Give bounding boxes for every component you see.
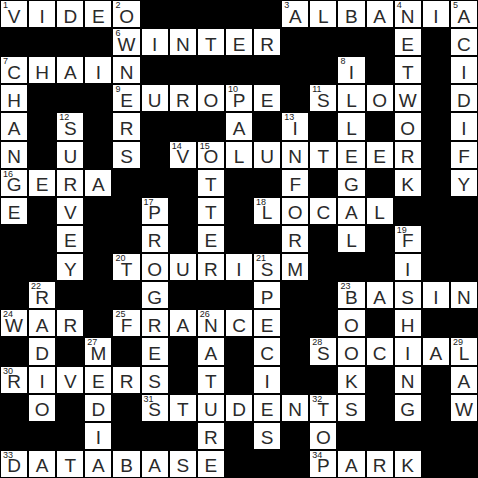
block-cell (337, 253, 365, 281)
cell-letter: I (405, 344, 410, 363)
grid-cell[interactable]: R (141, 225, 169, 253)
grid-cell[interactable]: C (366, 337, 394, 365)
grid-cell[interactable]: A (337, 450, 365, 478)
grid-cell[interactable]: K (394, 169, 422, 197)
grid-cell[interactable]: O (281, 197, 309, 225)
grid-cell[interactable]: I (422, 0, 450, 28)
grid-cell[interactable]: 19F (394, 225, 422, 253)
grid-cell[interactable]: S (141, 366, 169, 394)
cell-letter: T (177, 400, 189, 419)
block-cell (169, 337, 197, 365)
grid-cell[interactable]: N (394, 366, 422, 394)
grid-cell[interactable]: 28S (309, 337, 337, 365)
block-cell (197, 56, 225, 84)
grid-cell[interactable]: D (84, 394, 112, 422)
block-cell (366, 112, 394, 140)
grid-cell[interactable]: 24W (0, 309, 28, 337)
grid-cell[interactable]: S (253, 422, 281, 450)
cell-letter: R (148, 316, 162, 335)
grid-cell[interactable]: H (0, 84, 28, 112)
cell-letter: R (373, 456, 387, 475)
block-cell (56, 84, 84, 112)
block-cell (197, 281, 225, 309)
cell-letter: E (148, 344, 161, 363)
grid-cell[interactable]: U (197, 394, 225, 422)
grid-cell[interactable]: 8I (337, 56, 365, 84)
cell-letter: A (64, 63, 77, 82)
block-cell (366, 28, 394, 56)
grid-cell[interactable]: E (197, 225, 225, 253)
block-cell (141, 112, 169, 140)
grid-cell[interactable]: B (337, 0, 365, 28)
grid-cell[interactable]: 9E (112, 84, 140, 112)
grid-cell[interactable]: L (337, 112, 365, 140)
grid-cell[interactable]: N (281, 394, 309, 422)
grid-cell[interactable]: E (28, 169, 56, 197)
cell-letter: C (316, 203, 330, 222)
grid-cell[interactable]: 31S (141, 394, 169, 422)
crossword-grid: 1VIDE2O3ALBA4NI5A6WINTEREC7CHAIN8ITIH9EU… (0, 0, 478, 478)
block-cell (197, 112, 225, 140)
block-cell (141, 422, 169, 450)
grid-cell[interactable]: I (450, 56, 478, 84)
cell-letter: Y (458, 175, 471, 194)
cell-letter: S (261, 428, 274, 447)
block-cell (253, 56, 281, 84)
grid-cell[interactable]: U (169, 253, 197, 281)
grid-cell[interactable]: N (169, 28, 197, 56)
grid-cell[interactable]: E (141, 337, 169, 365)
cell-letter: H (35, 63, 49, 82)
clue-number: 26 (200, 310, 210, 319)
grid-cell[interactable]: 20T (112, 253, 140, 281)
grid-cell[interactable]: O (366, 84, 394, 112)
cell-letter: E (92, 372, 105, 391)
clue-number: 31 (144, 395, 154, 404)
cell-letter: L (346, 231, 357, 250)
grid-cell[interactable]: 27M (84, 337, 112, 365)
grid-cell[interactable]: W (450, 394, 478, 422)
clue-number: 14 (172, 142, 182, 151)
grid-cell[interactable]: V (56, 366, 84, 394)
clue-number: 16 (3, 170, 13, 179)
grid-cell[interactable]: D (28, 337, 56, 365)
block-cell (84, 141, 112, 169)
cell-letter: W (455, 400, 473, 419)
grid-cell[interactable]: E (253, 84, 281, 112)
grid-cell[interactable]: 10P (225, 84, 253, 112)
grid-cell[interactable]: L (337, 84, 365, 112)
grid-cell[interactable]: K (337, 366, 365, 394)
grid-cell[interactable]: Y (56, 253, 84, 281)
grid-cell[interactable]: A (169, 309, 197, 337)
cell-letter: K (401, 175, 414, 194)
grid-cell[interactable]: E (84, 366, 112, 394)
grid-cell[interactable]: I (225, 253, 253, 281)
grid-cell[interactable]: O (28, 394, 56, 422)
grid-cell[interactable]: O (337, 337, 365, 365)
grid-cell[interactable]: 29L (450, 337, 478, 365)
cell-letter: O (35, 400, 50, 419)
block-cell (366, 366, 394, 394)
grid-cell[interactable]: 4N (394, 0, 422, 28)
grid-cell[interactable]: G (141, 281, 169, 309)
grid-cell[interactable]: I (141, 28, 169, 56)
grid-cell[interactable]: R (169, 84, 197, 112)
cell-letter: D (35, 344, 49, 363)
clue-number: 8 (340, 57, 345, 66)
grid-cell[interactable]: O (197, 84, 225, 112)
grid-cell[interactable]: O (337, 309, 365, 337)
grid-cell[interactable]: 30R (0, 366, 28, 394)
grid-cell[interactable]: A (197, 337, 225, 365)
clue-number: 24 (3, 310, 13, 319)
block-cell (309, 169, 337, 197)
block-cell (169, 281, 197, 309)
grid-cell[interactable]: 1V (0, 0, 28, 28)
grid-cell[interactable]: R (112, 366, 140, 394)
grid-cell[interactable]: E (394, 28, 422, 56)
grid-cell[interactable]: I (84, 422, 112, 450)
grid-cell[interactable]: N (112, 56, 140, 84)
grid-cell[interactable]: 6W (112, 28, 140, 56)
grid-cell[interactable]: S (112, 141, 140, 169)
grid-cell[interactable]: 32T (309, 394, 337, 422)
grid-cell[interactable]: L (225, 141, 253, 169)
cell-letter: E (373, 147, 386, 166)
cell-letter: E (120, 91, 133, 110)
cell-letter: A (92, 175, 105, 194)
grid-cell[interactable]: A (450, 366, 478, 394)
block-cell (309, 225, 337, 253)
grid-cell[interactable]: R (197, 253, 225, 281)
block-cell (422, 112, 450, 140)
grid-cell[interactable]: U (141, 84, 169, 112)
clue-number: 28 (312, 338, 322, 347)
cell-letter: A (92, 456, 105, 475)
cell-letter: I (461, 119, 466, 138)
clue-number: 19 (397, 226, 407, 235)
cell-letter: D (457, 91, 471, 110)
grid-cell[interactable]: E (253, 394, 281, 422)
grid-cell[interactable]: I (450, 112, 478, 140)
block-cell (112, 422, 140, 450)
grid-cell[interactable]: H (394, 309, 422, 337)
block-cell (366, 169, 394, 197)
grid-cell[interactable]: I (84, 56, 112, 84)
block-cell (28, 197, 56, 225)
cell-letter: F (289, 175, 301, 194)
cell-letter: E (261, 400, 274, 419)
grid-cell[interactable]: A (84, 169, 112, 197)
block-cell (0, 281, 28, 309)
grid-cell[interactable]: A (0, 112, 28, 140)
grid-cell[interactable]: 26N (197, 309, 225, 337)
cell-letter: E (261, 91, 274, 110)
grid-cell[interactable]: R (281, 225, 309, 253)
grid-cell[interactable]: N (0, 141, 28, 169)
grid-cell[interactable]: 3A (281, 0, 309, 28)
grid-cell[interactable]: E (366, 141, 394, 169)
grid-cell[interactable]: A (141, 450, 169, 478)
cell-letter: L (346, 119, 357, 138)
block-cell (366, 253, 394, 281)
cell-letter: N (401, 372, 415, 391)
grid-cell[interactable]: A (56, 56, 84, 84)
block-cell (422, 28, 450, 56)
grid-cell[interactable]: R (197, 422, 225, 450)
block-cell (169, 112, 197, 140)
grid-cell[interactable]: T (394, 56, 422, 84)
block-cell (422, 197, 450, 225)
block-cell (169, 169, 197, 197)
block-cell (225, 422, 253, 450)
cell-letter: S (176, 456, 189, 475)
grid-cell[interactable]: 13I (281, 112, 309, 140)
grid-cell[interactable]: E (225, 28, 253, 56)
grid-cell[interactable]: H (28, 56, 56, 84)
grid-cell[interactable]: D (56, 0, 84, 28)
cell-letter: G (400, 400, 415, 419)
block-cell (112, 281, 140, 309)
cell-letter: E (233, 35, 246, 54)
grid-cell[interactable]: T (197, 28, 225, 56)
grid-cell[interactable]: T (169, 394, 197, 422)
grid-cell[interactable]: 16G (0, 169, 28, 197)
block-cell (0, 28, 28, 56)
grid-cell[interactable]: L (366, 197, 394, 225)
grid-cell[interactable]: 11S (309, 84, 337, 112)
grid-cell[interactable]: I (253, 366, 281, 394)
grid-cell[interactable]: 33D (0, 450, 28, 478)
grid-cell[interactable]: E (337, 141, 365, 169)
grid-cell[interactable]: O (141, 253, 169, 281)
block-cell (56, 281, 84, 309)
clue-number: 22 (31, 282, 41, 291)
grid-cell[interactable]: 25F (112, 309, 140, 337)
grid-cell[interactable]: A (28, 450, 56, 478)
grid-cell[interactable]: D (450, 84, 478, 112)
grid-cell[interactable]: R (112, 112, 140, 140)
grid-cell[interactable]: A (337, 197, 365, 225)
block-cell (169, 0, 197, 28)
cell-letter: R (260, 35, 274, 54)
grid-cell[interactable]: A (366, 0, 394, 28)
block-cell (366, 225, 394, 253)
block-cell (0, 253, 28, 281)
grid-cell[interactable]: 18L (253, 197, 281, 225)
block-cell (281, 309, 309, 337)
grid-cell[interactable]: I (28, 0, 56, 28)
block-cell (141, 56, 169, 84)
grid-cell[interactable]: I (394, 253, 422, 281)
grid-cell[interactable]: U (56, 141, 84, 169)
cell-letter: I (349, 63, 354, 82)
cell-letter: A (8, 119, 21, 138)
grid-cell[interactable]: N (450, 281, 478, 309)
grid-cell[interactable]: A (422, 337, 450, 365)
grid-cell[interactable]: E (84, 0, 112, 28)
grid-cell[interactable]: 7C (0, 56, 28, 84)
grid-cell[interactable]: E (0, 197, 28, 225)
cell-letter: D (92, 400, 106, 419)
grid-cell[interactable]: R (394, 141, 422, 169)
grid-cell[interactable]: L (309, 0, 337, 28)
block-cell (394, 422, 422, 450)
grid-cell[interactable]: R (366, 450, 394, 478)
block-cell (84, 225, 112, 253)
clue-number: 30 (3, 367, 13, 376)
grid-cell[interactable]: A (84, 450, 112, 478)
block-cell (141, 0, 169, 28)
grid-cell[interactable]: 5A (450, 0, 478, 28)
grid-cell[interactable]: P (253, 281, 281, 309)
grid-cell[interactable]: G (337, 169, 365, 197)
grid-cell[interactable]: B (112, 450, 140, 478)
block-cell (309, 309, 337, 337)
grid-cell[interactable]: A (366, 281, 394, 309)
grid-cell[interactable]: S (394, 281, 422, 309)
grid-cell[interactable]: I (422, 281, 450, 309)
block-cell (281, 56, 309, 84)
cell-letter: F (458, 147, 470, 166)
cell-letter: N (7, 147, 21, 166)
grid-cell[interactable]: Y (450, 169, 478, 197)
grid-cell[interactable]: 14V (169, 141, 197, 169)
grid-cell[interactable]: 2O (112, 0, 140, 28)
grid-cell[interactable]: O (309, 422, 337, 450)
block-cell (141, 141, 169, 169)
clue-number: 20 (115, 254, 125, 263)
cell-letter: R (63, 175, 77, 194)
cell-letter: T (205, 372, 217, 391)
grid-cell[interactable]: U (253, 141, 281, 169)
grid-cell[interactable]: 17P (141, 197, 169, 225)
cell-letter: Y (64, 260, 77, 279)
grid-cell[interactable]: C (225, 309, 253, 337)
cell-letter: O (316, 428, 331, 447)
grid-cell[interactable]: R (56, 309, 84, 337)
cell-letter: O (400, 119, 415, 138)
grid-cell[interactable]: I (394, 337, 422, 365)
grid-cell[interactable]: A (28, 309, 56, 337)
clue-number: 17 (144, 198, 154, 207)
grid-cell[interactable]: F (281, 169, 309, 197)
block-cell (225, 56, 253, 84)
grid-cell[interactable]: 34P (309, 450, 337, 478)
clue-number: 15 (200, 142, 210, 151)
cell-letter: A (36, 316, 49, 335)
grid-cell[interactable]: C (253, 337, 281, 365)
block-cell (225, 197, 253, 225)
grid-cell[interactable]: R (141, 309, 169, 337)
grid-cell[interactable]: M (281, 253, 309, 281)
cell-letter: I (96, 428, 101, 447)
grid-cell[interactable]: R (56, 169, 84, 197)
block-cell (84, 309, 112, 337)
grid-cell[interactable]: K (394, 450, 422, 478)
block-cell (309, 56, 337, 84)
block-cell (253, 225, 281, 253)
cell-letter: T (318, 147, 330, 166)
cell-letter: A (36, 456, 49, 475)
grid-cell[interactable]: O (394, 112, 422, 140)
cell-letter: L (234, 147, 245, 166)
grid-cell[interactable]: A (225, 112, 253, 140)
grid-cell[interactable]: T (197, 169, 225, 197)
block-cell (225, 281, 253, 309)
grid-cell[interactable]: C (450, 28, 478, 56)
grid-cell[interactable]: I (28, 366, 56, 394)
cell-letter: N (288, 400, 302, 419)
cell-letter: C (373, 344, 387, 363)
grid-cell[interactable]: R (253, 28, 281, 56)
cell-letter: E (345, 147, 358, 166)
block-cell (422, 84, 450, 112)
cell-letter: I (96, 63, 101, 82)
cell-letter: N (457, 288, 471, 307)
grid-cell[interactable]: D (225, 394, 253, 422)
cell-letter: A (345, 456, 358, 475)
grid-cell[interactable]: 21S (253, 253, 281, 281)
grid-cell[interactable]: E (253, 309, 281, 337)
block-cell (309, 253, 337, 281)
grid-cell[interactable]: W (394, 84, 422, 112)
grid-cell[interactable]: 12S (56, 112, 84, 140)
cell-letter: D (232, 400, 246, 419)
block-cell (56, 28, 84, 56)
grid-cell[interactable]: T (309, 141, 337, 169)
grid-cell[interactable]: S (169, 450, 197, 478)
cell-letter: N (176, 35, 190, 54)
block-cell (422, 366, 450, 394)
grid-cell[interactable]: G (394, 394, 422, 422)
block-cell (422, 422, 450, 450)
grid-cell[interactable]: T (197, 366, 225, 394)
clue-number: 11 (312, 85, 321, 94)
cell-letter: E (261, 316, 274, 335)
cell-letter: O (288, 203, 303, 222)
grid-cell[interactable]: L (337, 225, 365, 253)
block-cell (197, 0, 225, 28)
cell-letter: D (63, 7, 77, 26)
grid-cell[interactable]: 22R (28, 281, 56, 309)
grid-cell[interactable]: V (56, 197, 84, 225)
grid-cell[interactable]: T (56, 450, 84, 478)
cell-letter: R (120, 119, 134, 138)
grid-cell[interactable]: C (309, 197, 337, 225)
cell-letter: C (232, 316, 246, 335)
cell-letter: H (7, 91, 21, 110)
clue-number: 12 (59, 113, 69, 122)
grid-cell[interactable]: E (56, 225, 84, 253)
clue-number: 25 (115, 310, 125, 319)
cell-letter: B (345, 7, 358, 26)
grid-cell[interactable]: E (197, 450, 225, 478)
grid-cell[interactable]: N (281, 141, 309, 169)
block-cell (253, 169, 281, 197)
grid-cell[interactable]: S (337, 394, 365, 422)
block-cell (84, 84, 112, 112)
grid-cell[interactable]: F (450, 141, 478, 169)
grid-cell[interactable]: 23B (337, 281, 365, 309)
grid-cell[interactable]: T (197, 197, 225, 225)
clue-number: 6 (115, 29, 120, 38)
block-cell (422, 394, 450, 422)
block-cell (366, 422, 394, 450)
grid-cell[interactable]: 15O (197, 141, 225, 169)
clue-number: 7 (3, 57, 8, 66)
